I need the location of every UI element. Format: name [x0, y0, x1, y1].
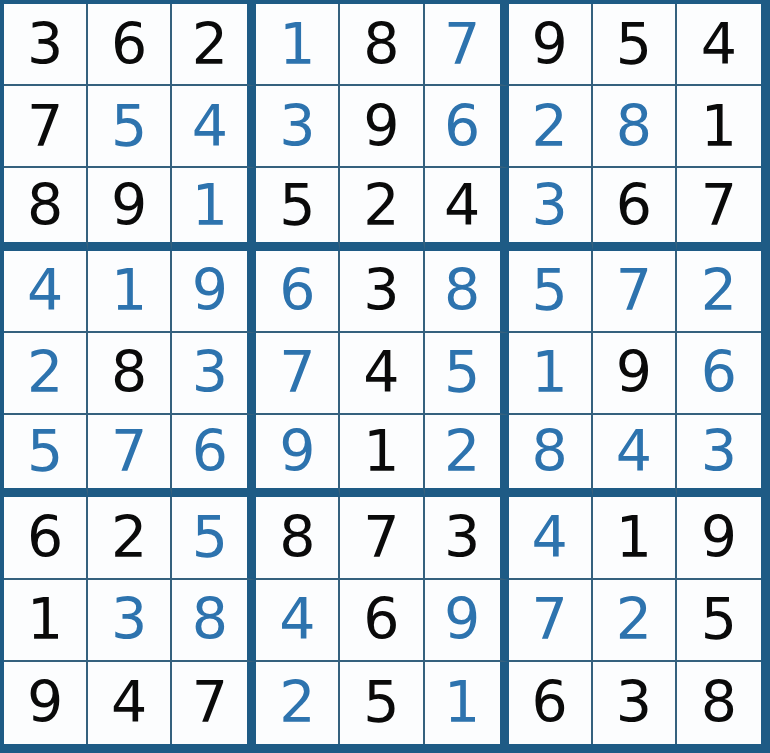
- cell-r1c5[interactable]: 8: [340, 4, 424, 86]
- cell-r9c1[interactable]: 9: [4, 662, 88, 744]
- cell-r3c6[interactable]: 4: [425, 168, 509, 250]
- cell-r1c4[interactable]: 1: [256, 4, 340, 86]
- cell-r2c7[interactable]: 2: [509, 86, 593, 168]
- cell-r8c3[interactable]: 8: [172, 580, 256, 662]
- cell-r7c3[interactable]: 5: [172, 497, 256, 579]
- cell-r2c1[interactable]: 7: [4, 86, 88, 168]
- cell-r9c2[interactable]: 4: [88, 662, 172, 744]
- cell-r7c8[interactable]: 1: [593, 497, 677, 579]
- cell-r4c7[interactable]: 5: [509, 251, 593, 333]
- cell-r9c8[interactable]: 3: [593, 662, 677, 744]
- cell-r8c2[interactable]: 3: [88, 580, 172, 662]
- cell-r3c9[interactable]: 7: [677, 168, 761, 250]
- cell-r4c1[interactable]: 4: [4, 251, 88, 333]
- cell-r5c4[interactable]: 7: [256, 333, 340, 415]
- cell-r5c6[interactable]: 5: [425, 333, 509, 415]
- cell-r2c4[interactable]: 3: [256, 86, 340, 168]
- cell-r7c6[interactable]: 3: [425, 497, 509, 579]
- cell-r5c3[interactable]: 3: [172, 333, 256, 415]
- cell-r8c5[interactable]: 6: [340, 580, 424, 662]
- cell-r9c6[interactable]: 1: [425, 662, 509, 744]
- cell-r2c9[interactable]: 1: [677, 86, 761, 168]
- cell-r3c7[interactable]: 3: [509, 168, 593, 250]
- cell-r1c1[interactable]: 3: [4, 4, 88, 86]
- cell-r9c4[interactable]: 2: [256, 662, 340, 744]
- cell-r5c1[interactable]: 2: [4, 333, 88, 415]
- cell-r9c5[interactable]: 5: [340, 662, 424, 744]
- cell-r4c5[interactable]: 3: [340, 251, 424, 333]
- cell-r1c7[interactable]: 9: [509, 4, 593, 86]
- cell-r6c1[interactable]: 5: [4, 415, 88, 497]
- cell-r8c7[interactable]: 7: [509, 580, 593, 662]
- cell-r3c8[interactable]: 6: [593, 168, 677, 250]
- cell-r6c5[interactable]: 1: [340, 415, 424, 497]
- cell-r3c4[interactable]: 5: [256, 168, 340, 250]
- cell-r7c7[interactable]: 4: [509, 497, 593, 579]
- cell-r6c9[interactable]: 3: [677, 415, 761, 497]
- cell-r6c7[interactable]: 8: [509, 415, 593, 497]
- cell-r3c2[interactable]: 9: [88, 168, 172, 250]
- cell-r6c8[interactable]: 4: [593, 415, 677, 497]
- cell-r8c9[interactable]: 5: [677, 580, 761, 662]
- cell-r2c6[interactable]: 6: [425, 86, 509, 168]
- cell-r5c9[interactable]: 6: [677, 333, 761, 415]
- cell-r9c7[interactable]: 6: [509, 662, 593, 744]
- cell-r4c3[interactable]: 9: [172, 251, 256, 333]
- cell-r8c4[interactable]: 4: [256, 580, 340, 662]
- cell-r2c8[interactable]: 8: [593, 86, 677, 168]
- cell-r5c7[interactable]: 1: [509, 333, 593, 415]
- cell-r9c9[interactable]: 8: [677, 662, 761, 744]
- cell-r2c3[interactable]: 4: [172, 86, 256, 168]
- cell-r8c6[interactable]: 9: [425, 580, 509, 662]
- cell-r2c2[interactable]: 5: [88, 86, 172, 168]
- cell-r6c2[interactable]: 7: [88, 415, 172, 497]
- cell-r4c6[interactable]: 8: [425, 251, 509, 333]
- sudoku-board: 3621879547543962818915243674196385722837…: [0, 0, 770, 753]
- cell-r6c6[interactable]: 2: [425, 415, 509, 497]
- cell-r7c1[interactable]: 6: [4, 497, 88, 579]
- cell-r1c2[interactable]: 6: [88, 4, 172, 86]
- cell-r5c5[interactable]: 4: [340, 333, 424, 415]
- cell-r5c8[interactable]: 9: [593, 333, 677, 415]
- cell-r3c5[interactable]: 2: [340, 168, 424, 250]
- cell-r7c2[interactable]: 2: [88, 497, 172, 579]
- cell-r5c2[interactable]: 8: [88, 333, 172, 415]
- cell-r4c4[interactable]: 6: [256, 251, 340, 333]
- cell-r4c9[interactable]: 2: [677, 251, 761, 333]
- cell-r9c3[interactable]: 7: [172, 662, 256, 744]
- cell-r8c1[interactable]: 1: [4, 580, 88, 662]
- cell-r7c9[interactable]: 9: [677, 497, 761, 579]
- cell-r3c1[interactable]: 8: [4, 168, 88, 250]
- cell-r7c5[interactable]: 7: [340, 497, 424, 579]
- cell-r1c3[interactable]: 2: [172, 4, 256, 86]
- cell-r1c9[interactable]: 4: [677, 4, 761, 86]
- cell-r7c4[interactable]: 8: [256, 497, 340, 579]
- cell-r4c2[interactable]: 1: [88, 251, 172, 333]
- cell-r3c3[interactable]: 1: [172, 168, 256, 250]
- cell-r2c5[interactable]: 9: [340, 86, 424, 168]
- cell-r6c3[interactable]: 6: [172, 415, 256, 497]
- cell-r8c8[interactable]: 2: [593, 580, 677, 662]
- cell-r1c6[interactable]: 7: [425, 4, 509, 86]
- cell-r1c8[interactable]: 5: [593, 4, 677, 86]
- cell-r6c4[interactable]: 9: [256, 415, 340, 497]
- cell-r4c8[interactable]: 7: [593, 251, 677, 333]
